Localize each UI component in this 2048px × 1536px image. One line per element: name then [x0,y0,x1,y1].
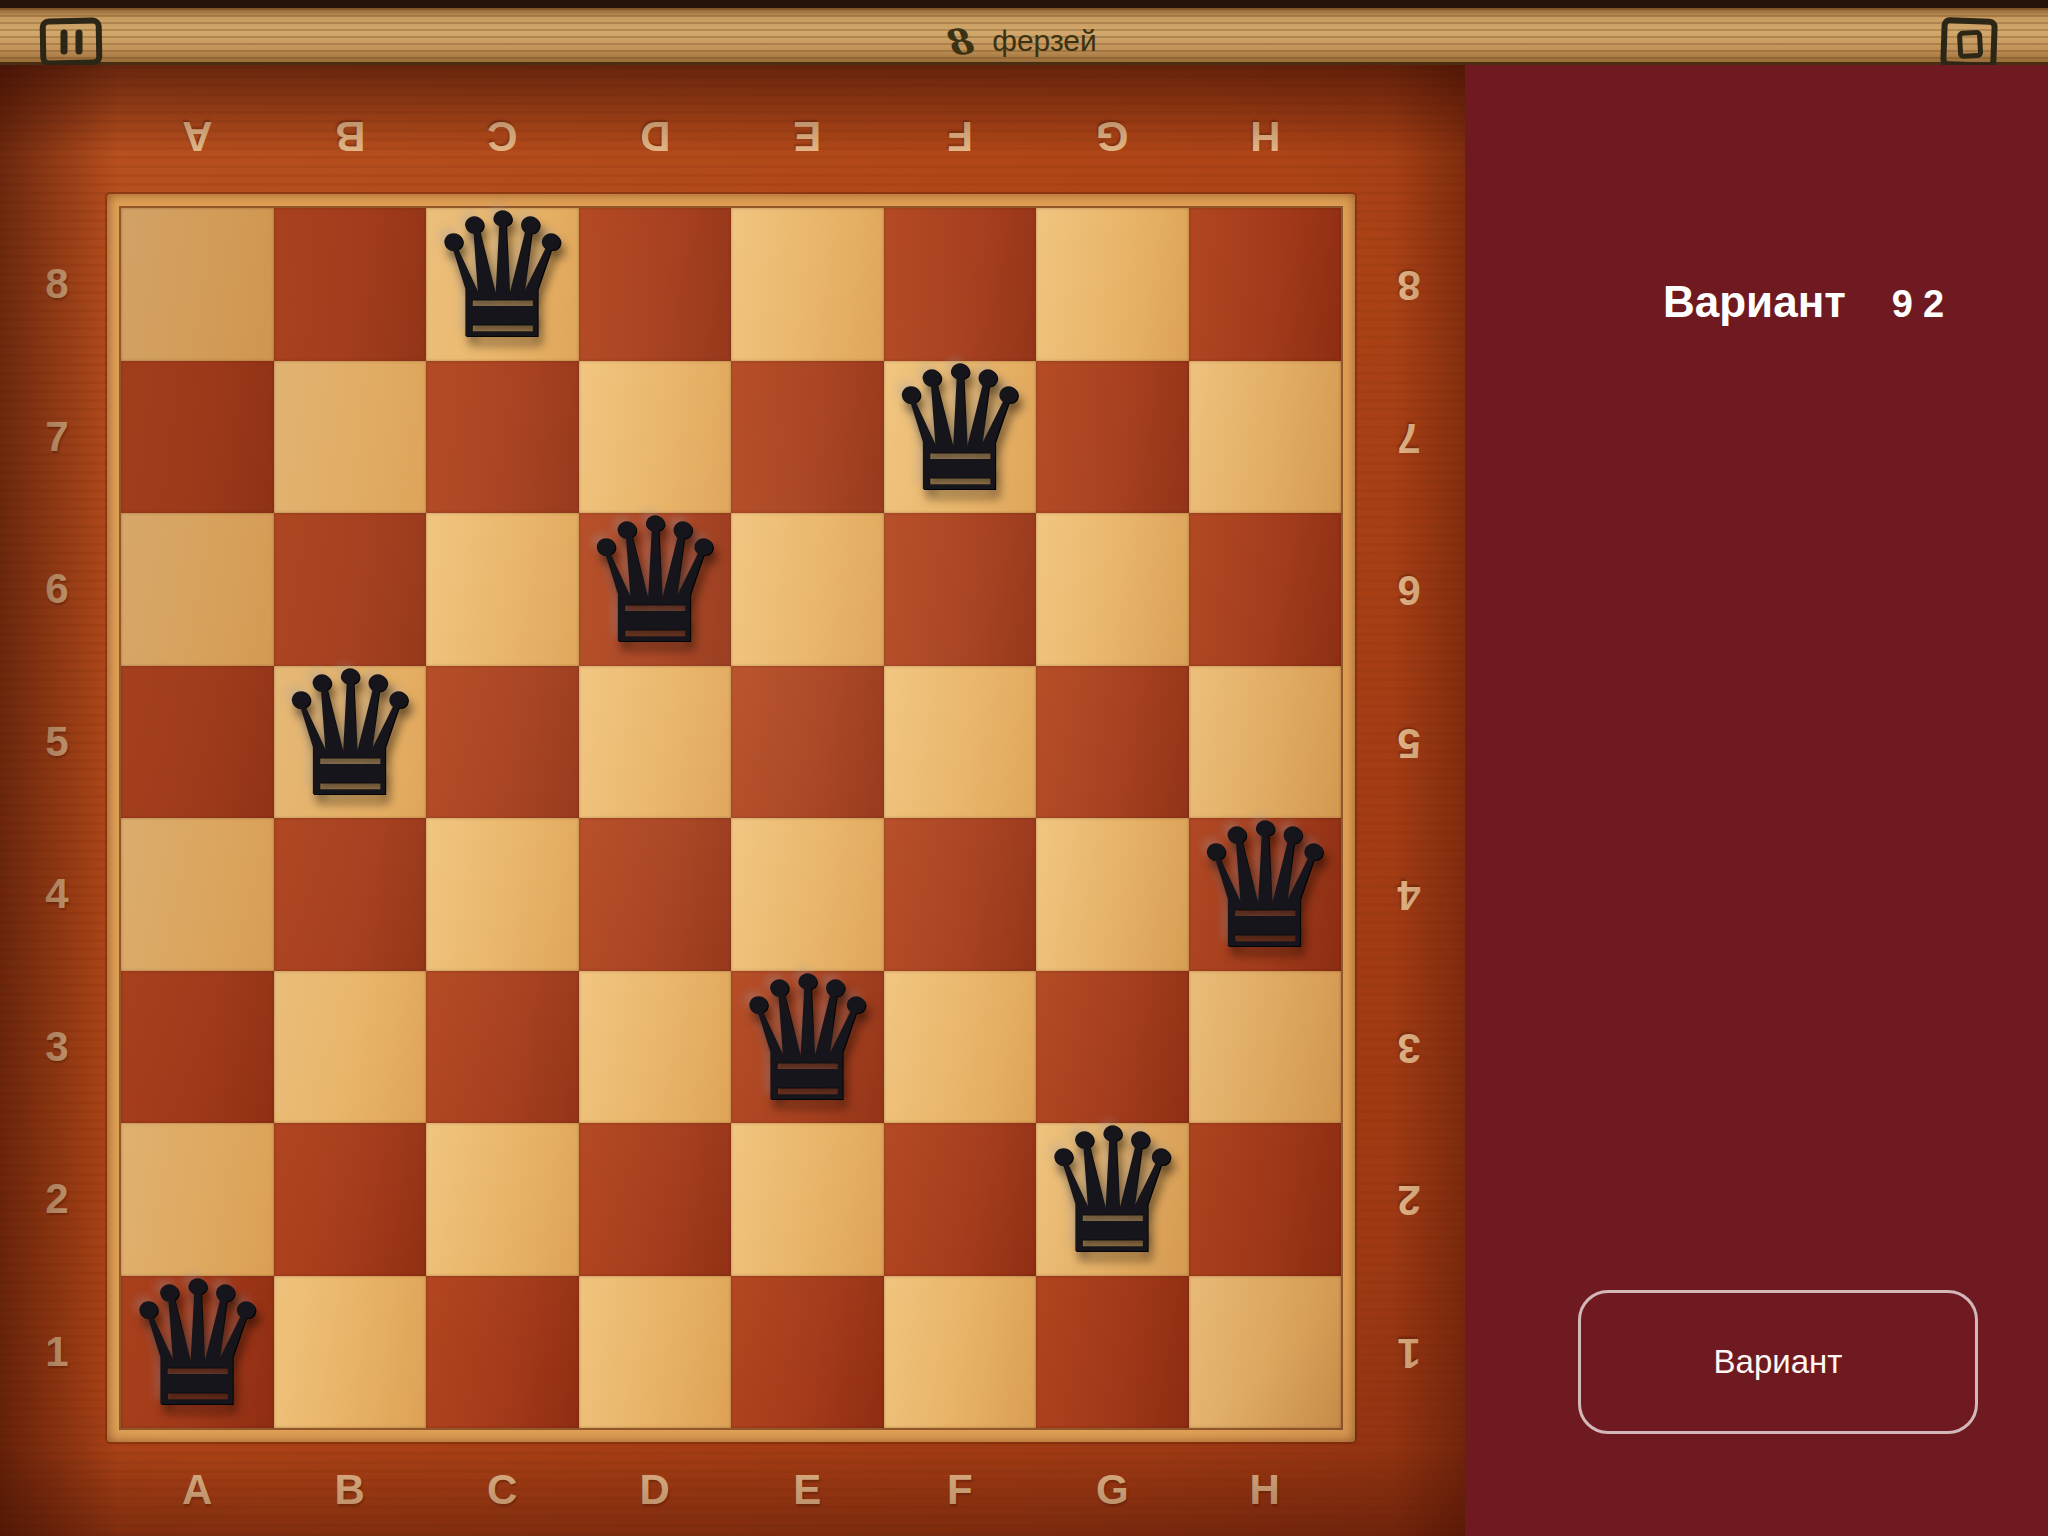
square-c5[interactable] [426,666,579,819]
variant-header: Вариант 92 [1465,277,2048,327]
rank-labels-left: 87654321 [18,208,96,1428]
coord-label-3: 3 [18,971,96,1124]
variant-button[interactable]: Вариант [1578,1290,1978,1434]
black-queen[interactable]: ♛ [1035,1106,1189,1278]
black-queen[interactable]: ♛ [883,344,1037,516]
coord-label-e: E [731,103,884,169]
coord-label-6: 6 [18,513,96,666]
coord-label-4: 4 [1370,818,1448,971]
page-title: 8 ферзей [0,8,2048,73]
square-d6[interactable]: ♛ [579,513,732,666]
coord-label-4: 4 [18,818,96,971]
coord-label-c: C [426,1457,579,1523]
square-a4[interactable] [121,818,274,971]
chess-board-frame: ABCDEFGH ABCDEFGH 87654321 87654321 ♛♛♛♛… [0,65,1465,1536]
coord-label-f: F [884,103,1037,169]
square-h7[interactable] [1189,361,1342,514]
coord-label-a: A [121,103,274,169]
coord-label-h: H [1189,103,1342,169]
square-f1[interactable] [884,1276,1037,1429]
black-queen[interactable]: ♛ [120,1259,274,1431]
title-word: ферзей [992,24,1097,58]
coord-label-g: G [1036,103,1189,169]
square-a6[interactable] [121,513,274,666]
square-f2[interactable] [884,1123,1037,1276]
coord-label-d: D [579,103,732,169]
square-f3[interactable] [884,971,1037,1124]
square-b3[interactable] [274,971,427,1124]
square-e2[interactable] [731,1123,884,1276]
square-a7[interactable] [121,361,274,514]
square-d8[interactable] [579,208,732,361]
square-c8[interactable]: ♛ [426,208,579,361]
square-f5[interactable] [884,666,1037,819]
square-a3[interactable] [121,971,274,1124]
coord-label-e: E [731,1457,884,1523]
square-e6[interactable] [731,513,884,666]
square-e7[interactable] [731,361,884,514]
square-c6[interactable] [426,513,579,666]
square-f6[interactable] [884,513,1037,666]
top-bar: 8 ферзей [0,0,2048,65]
file-labels-top: ABCDEFGH [121,103,1341,169]
square-g1[interactable] [1036,1276,1189,1429]
square-a8[interactable] [121,208,274,361]
square-g7[interactable] [1036,361,1189,514]
coord-label-6: 6 [1370,513,1448,666]
square-h2[interactable] [1189,1123,1342,1276]
square-g6[interactable] [1036,513,1189,666]
square-d4[interactable] [579,818,732,971]
window-button[interactable] [1938,17,2000,69]
variant-label: Вариант [1663,277,1846,327]
square-c4[interactable] [426,818,579,971]
square-g5[interactable] [1036,666,1189,819]
square-d3[interactable] [579,971,732,1124]
square-a5[interactable] [121,666,274,819]
square-c2[interactable] [426,1123,579,1276]
square-g8[interactable] [1036,208,1189,361]
square-e3[interactable]: ♛ [731,971,884,1124]
square-b5[interactable]: ♛ [274,666,427,819]
square-d2[interactable] [579,1123,732,1276]
square-d5[interactable] [579,666,732,819]
black-queen[interactable]: ♛ [730,954,884,1126]
square-e8[interactable] [731,208,884,361]
file-labels-bottom: ABCDEFGH [121,1457,1341,1523]
rank-labels-right: 87654321 [1370,208,1448,1428]
coord-label-8: 8 [1370,208,1448,361]
square-h3[interactable] [1189,971,1342,1124]
square-g2[interactable]: ♛ [1036,1123,1189,1276]
coord-label-d: D [579,1457,732,1523]
coord-label-8: 8 [18,208,96,361]
coord-label-2: 2 [18,1123,96,1276]
coord-label-5: 5 [1370,666,1448,819]
square-g4[interactable] [1036,818,1189,971]
square-h1[interactable] [1189,1276,1342,1429]
square-b2[interactable] [274,1123,427,1276]
coord-label-1: 1 [1370,1276,1448,1429]
coord-label-2: 2 [1370,1123,1448,1276]
side-panel: Вариант 92 Вариант [1465,65,2048,1536]
coord-label-b: B [274,1457,427,1523]
title-number: 8 [948,18,979,63]
board-squares: ♛♛♛♛♛♛♛♛ [121,208,1341,1428]
square-e1[interactable] [731,1276,884,1429]
coord-label-c: C [426,103,579,169]
coord-label-7: 7 [18,361,96,514]
square-h4[interactable]: ♛ [1189,818,1342,971]
square-c3[interactable] [426,971,579,1124]
coord-label-h: H [1189,1457,1342,1523]
coord-label-g: G [1036,1457,1189,1523]
square-b4[interactable] [274,818,427,971]
coord-label-a: A [121,1457,274,1523]
board-inner-bevel: ♛♛♛♛♛♛♛♛ [107,194,1355,1442]
square-h6[interactable] [1189,513,1342,666]
coord-label-1: 1 [18,1276,96,1429]
square-d1[interactable] [579,1276,732,1429]
square-f7[interactable]: ♛ [884,361,1037,514]
window-icon [1943,20,1995,66]
square-b1[interactable] [274,1276,427,1429]
black-queen[interactable]: ♛ [273,649,427,821]
square-c7[interactable] [426,361,579,514]
square-a1[interactable]: ♛ [121,1276,274,1429]
coord-label-f: F [884,1457,1037,1523]
square-f4[interactable] [884,818,1037,971]
square-c1[interactable] [426,1276,579,1429]
square-e5[interactable] [731,666,884,819]
variant-number: 92 [1892,283,1954,326]
coord-label-7: 7 [1370,361,1448,514]
coord-label-b: B [274,103,427,169]
coord-label-3: 3 [1370,971,1448,1124]
square-b7[interactable] [274,361,427,514]
black-queen[interactable]: ♛ [425,191,579,363]
square-h8[interactable] [1189,208,1342,361]
square-b8[interactable] [274,208,427,361]
black-queen[interactable]: ♛ [1188,801,1342,973]
coord-label-5: 5 [18,666,96,819]
black-queen[interactable]: ♛ [578,496,732,668]
